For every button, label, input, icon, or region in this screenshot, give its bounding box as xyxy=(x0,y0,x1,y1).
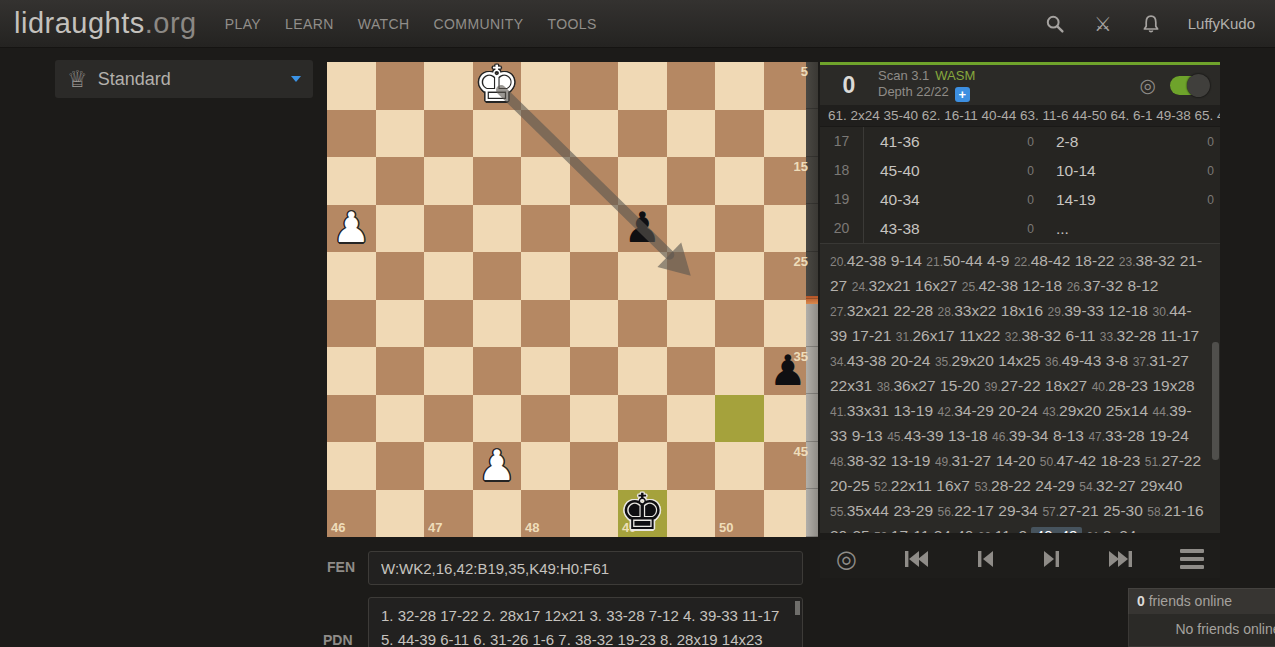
nav-item-tools[interactable]: TOOLS xyxy=(548,16,597,32)
friends-empty-message: No friends online xyxy=(1128,614,1275,647)
board-square[interactable] xyxy=(715,395,764,443)
variation-move[interactable]: 13-19 xyxy=(893,402,933,419)
variation-move[interactable]: 9-14 xyxy=(891,252,922,269)
black-man[interactable]: ♟ xyxy=(769,350,807,392)
variation-move-number: 36. xyxy=(1045,355,1062,369)
board-square[interactable] xyxy=(424,205,473,253)
variation-move[interactable]: 20-24 xyxy=(891,352,931,369)
black-move[interactable]: ... xyxy=(1040,220,1186,238)
board-square[interactable] xyxy=(715,110,764,158)
variation-move[interactable]: 22x11 xyxy=(891,477,932,494)
variation-move-number: 45. xyxy=(887,430,904,444)
board-square[interactable] xyxy=(376,157,425,205)
square-number: 25 xyxy=(794,254,808,269)
top-navbar: lidraughts.org PLAYLEARNWATCHCOMMUNITYTO… xyxy=(0,0,1275,48)
variation-move[interactable]: 17-21 xyxy=(852,327,892,344)
variation-move[interactable]: 29x20 xyxy=(952,352,994,369)
variation-move[interactable]: 29-34 xyxy=(998,502,1038,519)
variation-move[interactable]: 33x31 xyxy=(847,402,889,419)
board-square[interactable] xyxy=(667,110,716,158)
target-icon[interactable]: ◎ xyxy=(1139,74,1156,96)
main-menu: PLAYLEARNWATCHCOMMUNITYTOOLS xyxy=(225,16,597,32)
board-square[interactable] xyxy=(327,252,376,300)
variation-move[interactable]: 14x25 xyxy=(998,352,1040,369)
white-man[interactable]: ♟ xyxy=(478,445,516,487)
variation-move-number: 29. xyxy=(1048,305,1065,319)
variation-move[interactable]: 24-29 xyxy=(1035,477,1075,494)
board-square[interactable] xyxy=(618,157,667,205)
black-move[interactable]: 2-8 xyxy=(1040,133,1186,151)
first-move-button[interactable] xyxy=(904,549,930,569)
variation-move[interactable]: 2x24 xyxy=(1103,527,1137,533)
black-man[interactable]: ♟ xyxy=(623,207,661,249)
board-square[interactable] xyxy=(473,347,522,395)
site-logo[interactable]: lidraughts.org xyxy=(14,7,197,40)
board-square[interactable] xyxy=(618,300,667,348)
board-square[interactable] xyxy=(618,110,667,158)
board-square[interactable]: 48 xyxy=(521,490,570,538)
friends-count: 0 xyxy=(1137,593,1145,609)
black-king[interactable]: ♚ xyxy=(620,487,665,537)
board-square[interactable] xyxy=(376,347,425,395)
board-square[interactable] xyxy=(715,300,764,348)
variation-move-number: 37. xyxy=(1133,355,1150,369)
variation-move[interactable]: 38-32 xyxy=(1136,252,1176,269)
variation-move[interactable]: 19-24 xyxy=(1149,427,1189,444)
nav-item-play[interactable]: PLAY xyxy=(225,16,261,32)
black-eval-badge: 0 xyxy=(1186,193,1220,207)
variation-move[interactable]: 28-23 xyxy=(1108,377,1148,394)
board-square[interactable] xyxy=(570,110,619,158)
variation-move-number: 25. xyxy=(962,280,979,294)
board-square[interactable] xyxy=(667,252,716,300)
variation-move-number: 59. xyxy=(874,530,891,533)
variation-move-number: 38. xyxy=(877,380,894,394)
record-icon[interactable]: ◎ xyxy=(836,545,857,573)
gauge-white-part xyxy=(806,304,818,538)
board-square[interactable] xyxy=(473,157,522,205)
variation-move[interactable]: 42-38 xyxy=(978,277,1018,294)
variation-move[interactable]: 23-29 xyxy=(893,502,933,519)
board-square[interactable] xyxy=(376,300,425,348)
board-square[interactable] xyxy=(521,395,570,443)
board-square[interactable] xyxy=(618,252,667,300)
board-square[interactable] xyxy=(618,347,667,395)
friends-widget: 0 friends online No friends online xyxy=(1128,588,1275,647)
board-square[interactable] xyxy=(764,300,813,348)
move-row: 1845-40010-140 xyxy=(820,156,1220,185)
board-square[interactable] xyxy=(521,442,570,490)
variation-move[interactable]: 11x22 xyxy=(959,327,1000,344)
board-square[interactable] xyxy=(715,442,764,490)
nav-item-learn[interactable]: LEARN xyxy=(285,16,334,32)
move-number: 19 xyxy=(820,185,864,214)
variation-move[interactable]: 48-42 xyxy=(1031,252,1071,269)
square-number: 48 xyxy=(525,520,539,535)
variation-move[interactable]: 8-13 xyxy=(1053,427,1084,444)
variation-move[interactable]: 18x16 xyxy=(1001,302,1043,319)
black-eval-badge: 0 xyxy=(1186,164,1220,178)
variation-move[interactable]: 12-18 xyxy=(1023,277,1063,294)
variation-move-number: 27. xyxy=(830,305,847,319)
board-square[interactable] xyxy=(570,205,619,253)
engine-toggle[interactable] xyxy=(1170,76,1208,95)
board-square[interactable] xyxy=(473,252,522,300)
variation-move[interactable]: 49-43 xyxy=(1062,352,1102,369)
variation-move[interactable]: 29x40 xyxy=(1140,477,1182,494)
lidraughts-analysis-page: lidraughts.org PLAYLEARNWATCHCOMMUNITYTO… xyxy=(0,0,1275,647)
board-square[interactable] xyxy=(667,490,716,538)
board-square[interactable]: 49♚ xyxy=(618,490,667,538)
board-square[interactable]: 25 xyxy=(764,252,813,300)
board-square[interactable] xyxy=(764,205,813,253)
variation-move[interactable]: 32-28 xyxy=(1117,327,1157,344)
white-eval-badge: 0 xyxy=(1010,222,1040,236)
engine-tech: WASM xyxy=(935,68,975,83)
scrollbar-thumb[interactable] xyxy=(1212,342,1219,460)
board-square[interactable]: 50 xyxy=(715,490,764,538)
pdn-scrollbar-thumb[interactable] xyxy=(795,601,800,615)
variation-move[interactable]: 39-33 xyxy=(1064,302,1104,319)
board-square[interactable] xyxy=(570,490,619,538)
variation-move[interactable]: 22-17 xyxy=(954,502,994,519)
move-number: 17 xyxy=(820,127,864,156)
board-square[interactable] xyxy=(376,62,425,110)
engine-controls: ◎ xyxy=(1139,74,1208,96)
pdn-wrap: 1. 32-28 17-22 2. 28x17 12x21 3. 33-28 7… xyxy=(368,597,803,647)
engine-pv-line[interactable]: 61. 2x24 35-40 62. 16-11 40-44 63. 11-6 … xyxy=(820,105,1220,127)
variation-move[interactable]: 9-13 xyxy=(852,427,883,444)
square-number: 5 xyxy=(801,64,808,79)
move-row: 1741-3602-80 xyxy=(820,127,1220,156)
variation-move-number: 42. xyxy=(937,405,954,419)
move-nav-strip: ◎ xyxy=(820,540,1220,578)
board-square[interactable] xyxy=(715,62,764,110)
fen-input[interactable] xyxy=(368,551,803,585)
board-square[interactable] xyxy=(327,110,376,158)
engine-bar: 0 Scan 3.1WASM Depth 22/22+ ◎ xyxy=(820,65,1220,105)
username[interactable]: LuffyKudo xyxy=(1188,15,1255,32)
variation-move[interactable]: 43-38 xyxy=(847,352,887,369)
analysis-panel: 0 Scan 3.1WASM Depth 22/22+ ◎ 61. 2x24 3… xyxy=(820,62,1220,533)
board-square[interactable] xyxy=(376,252,425,300)
variation-move[interactable]: 36x27 xyxy=(893,377,935,394)
variation-move-number: 43. xyxy=(1042,405,1059,419)
board-square[interactable] xyxy=(424,300,473,348)
board-square[interactable] xyxy=(667,442,716,490)
variation-move-number: 32. xyxy=(1005,330,1022,344)
board-square[interactable] xyxy=(376,490,425,538)
board-square[interactable] xyxy=(424,157,473,205)
variation-move[interactable]: 12-18 xyxy=(1108,302,1148,319)
variation-move[interactable]: 27-22 xyxy=(1001,377,1041,394)
board-square[interactable] xyxy=(715,252,764,300)
board-square[interactable] xyxy=(473,490,522,538)
variation-move[interactable]: 18x27 xyxy=(1045,377,1087,394)
variation-move[interactable]: 16x27 xyxy=(915,277,957,294)
variation-move-number: 50. xyxy=(1040,455,1057,469)
variation-move[interactable]: 38-32 xyxy=(847,452,887,469)
board-square[interactable]: 5 xyxy=(764,62,813,110)
variation-move[interactable]: 32x21 xyxy=(868,277,910,294)
variation-move[interactable]: 16x7 xyxy=(936,477,970,494)
board-square[interactable] xyxy=(327,347,376,395)
next-move-button[interactable] xyxy=(1042,549,1060,569)
variation-move[interactable]: 37-32 xyxy=(1083,277,1123,294)
white-king[interactable]: ♚ xyxy=(474,59,519,109)
depth-plus-button[interactable]: + xyxy=(955,87,970,102)
logo-tld: .org xyxy=(145,7,197,39)
variation-move[interactable]: 34-29 xyxy=(954,402,994,419)
variation-move[interactable]: 33x22 xyxy=(954,302,996,319)
variation-move-number: 28. xyxy=(937,305,954,319)
variation-block: 20.42-38 9-14 21.50-44 4-9 22.48-42 18-2… xyxy=(820,243,1220,533)
variation-move[interactable]: 20-25 xyxy=(830,477,870,494)
variation-move-number: 54. xyxy=(1079,480,1096,494)
board-square[interactable] xyxy=(424,110,473,158)
white-move[interactable]: 43-38 xyxy=(864,220,1010,238)
move-row: 1940-34014-190 xyxy=(820,185,1220,214)
board-square[interactable] xyxy=(424,395,473,443)
variation-move-number: 34. xyxy=(830,355,847,369)
board-square[interactable] xyxy=(521,157,570,205)
board-square[interactable] xyxy=(715,347,764,395)
board-square[interactable] xyxy=(424,62,473,110)
variation-move-number: 61. xyxy=(1086,530,1103,533)
board-square[interactable] xyxy=(521,205,570,253)
board-square[interactable] xyxy=(667,300,716,348)
variation-move[interactable]: 39-34 xyxy=(1009,427,1049,444)
variation-move-number: 57. xyxy=(1042,505,1059,519)
variation-move[interactable]: 27-21 xyxy=(1059,502,1099,519)
variation-move[interactable]: 50-44 xyxy=(943,252,983,269)
variation-move[interactable]: 4-9 xyxy=(987,252,1009,269)
toggle-knob xyxy=(1187,74,1210,97)
variation-move[interactable]: 38-32 xyxy=(1021,327,1061,344)
board-square[interactable] xyxy=(570,442,619,490)
board-square[interactable]: 35♟ xyxy=(764,347,813,395)
board-square[interactable] xyxy=(327,300,376,348)
board-square[interactable] xyxy=(570,347,619,395)
variation-move-number: 48. xyxy=(830,455,847,469)
variation-move[interactable]: 13-19 xyxy=(891,452,931,469)
variation-move[interactable]: 32x21 xyxy=(847,302,889,319)
notifications-bell-icon[interactable] xyxy=(1140,13,1162,35)
variation-move[interactable]: 13-18 xyxy=(948,427,988,444)
board-square[interactable] xyxy=(570,395,619,443)
white-eval-badge: 0 xyxy=(1010,193,1040,207)
move-row: 2043-380... xyxy=(820,214,1220,243)
white-move[interactable]: 41-36 xyxy=(864,133,1010,151)
variation-move-number: 33. xyxy=(1100,330,1117,344)
draughts-board: ♚515♟♟2535♟♟4546474849♚50 xyxy=(327,62,812,537)
board-square[interactable]: ♟ xyxy=(618,205,667,253)
variation-move-number: 55. xyxy=(830,505,847,519)
board-square[interactable] xyxy=(570,300,619,348)
board-square[interactable] xyxy=(327,395,376,443)
board-square[interactable] xyxy=(521,252,570,300)
board-square[interactable] xyxy=(570,157,619,205)
variation-move-number: 52. xyxy=(874,480,891,494)
move-number: 18 xyxy=(820,156,864,185)
nav-item-watch[interactable]: WATCH xyxy=(358,16,410,32)
variation-move[interactable]: 35x44 xyxy=(847,502,889,519)
variation-move-number: 56. xyxy=(937,505,954,519)
square-number: 50 xyxy=(719,520,733,535)
board-square[interactable]: 47 xyxy=(424,490,473,538)
black-eval-badge: 0 xyxy=(1186,135,1220,149)
variation-move[interactable]: 15-20 xyxy=(940,377,980,394)
fen-label: FEN xyxy=(327,559,355,575)
variation-move[interactable]: 43-39 xyxy=(904,427,944,444)
variation-move[interactable]: 18-23 xyxy=(1101,452,1141,469)
board-square[interactable] xyxy=(521,110,570,158)
board-square[interactable]: ♚ xyxy=(473,62,522,110)
board-square[interactable]: ♟ xyxy=(473,442,522,490)
white-man[interactable]: ♟ xyxy=(332,207,370,249)
variation-move[interactable]: 32-27 xyxy=(1096,477,1136,494)
white-move[interactable]: 45-40 xyxy=(864,162,1010,180)
variation-move[interactable]: 20-24 xyxy=(998,402,1038,419)
variation-move[interactable]: 25x14 xyxy=(1106,402,1148,419)
friends-header-text: friends online xyxy=(1145,593,1232,609)
board-square[interactable] xyxy=(667,347,716,395)
variation-move-number: 30. xyxy=(1152,305,1169,319)
variation-move[interactable]: 8-12 xyxy=(1127,277,1158,294)
variation-move-number: 22. xyxy=(1014,255,1031,269)
variation-move-number: 60. xyxy=(978,530,995,533)
variation-move[interactable]: 28-22 xyxy=(991,477,1031,494)
board-square[interactable] xyxy=(618,395,667,443)
variation-move-number: 49. xyxy=(935,455,952,469)
black-move[interactable]: 10-14 xyxy=(1040,162,1186,180)
board-square[interactable] xyxy=(376,395,425,443)
pdn-textarea[interactable]: 1. 32-28 17-22 2. 28x17 12x21 3. 33-28 7… xyxy=(368,597,803,647)
variation-move[interactable]: 22-28 xyxy=(893,302,933,319)
variation-move[interactable]: 33-28 xyxy=(1105,427,1145,444)
engine-depth: Depth 22/22 xyxy=(878,84,949,99)
board-square[interactable] xyxy=(618,62,667,110)
variation-move-number: 20. xyxy=(830,255,847,269)
board-square[interactable] xyxy=(376,205,425,253)
square-number: 46 xyxy=(331,520,345,535)
board-square[interactable]: ♟ xyxy=(327,205,376,253)
current-move[interactable]: 40x49 xyxy=(1031,527,1081,533)
variation-move[interactable]: 18-22 xyxy=(1075,252,1115,269)
board-square[interactable] xyxy=(473,395,522,443)
crown-icon: ♕ xyxy=(67,66,88,92)
board-square[interactable] xyxy=(521,300,570,348)
board-square[interactable]: 46 xyxy=(327,490,376,538)
board-square[interactable] xyxy=(715,205,764,253)
variation-move[interactable]: 11x2 xyxy=(995,527,1027,533)
board-square[interactable] xyxy=(424,347,473,395)
board-square[interactable] xyxy=(473,110,522,158)
variation-move[interactable]: 6-11 xyxy=(1066,327,1096,344)
board-square[interactable] xyxy=(473,205,522,253)
variation-move-number: 35. xyxy=(935,355,952,369)
variation-move[interactable]: 19x28 xyxy=(1152,377,1194,394)
square-number: 45 xyxy=(794,444,808,459)
engine-info: Scan 3.1WASM Depth 22/22+ xyxy=(878,68,975,102)
variation-move[interactable]: 31-27 xyxy=(952,452,992,469)
board-square[interactable] xyxy=(667,205,716,253)
variation-move-number: 41. xyxy=(830,405,847,419)
variation-move[interactable]: 17-11 xyxy=(891,527,930,533)
square-number: 47 xyxy=(428,520,442,535)
variation-move[interactable]: 47-42 xyxy=(1057,452,1097,469)
board-square[interactable] xyxy=(327,157,376,205)
board-square[interactable] xyxy=(521,347,570,395)
variation-move[interactable]: 11-17 xyxy=(1161,327,1200,344)
logo-main: lidraughts xyxy=(14,7,145,39)
search-icon[interactable] xyxy=(1044,13,1066,35)
variation-move-number: 46. xyxy=(992,430,1009,444)
nav-item-community[interactable]: COMMUNITY xyxy=(434,16,524,32)
variation-move[interactable]: 42-38 xyxy=(847,252,887,269)
white-move[interactable]: 40-34 xyxy=(864,191,1010,209)
variation-move[interactable]: 31-27 xyxy=(1149,352,1189,369)
variation-move[interactable]: 29x20 xyxy=(1059,402,1101,419)
variation-move[interactable]: 30-35 xyxy=(830,527,870,533)
pdn-label: PDN xyxy=(323,632,353,647)
variation-move-number: 51. xyxy=(1145,455,1162,469)
board-square[interactable] xyxy=(327,62,376,110)
board-square[interactable] xyxy=(764,395,813,443)
board-square[interactable] xyxy=(667,395,716,443)
board-square[interactable]: 15 xyxy=(764,157,813,205)
board-square[interactable] xyxy=(715,157,764,205)
board-square[interactable] xyxy=(327,442,376,490)
board-square[interactable] xyxy=(570,252,619,300)
variation-move-number: 23. xyxy=(1119,255,1136,269)
variation-move[interactable]: 22x31 xyxy=(830,377,872,394)
variation-move[interactable]: 34-40 xyxy=(934,527,974,533)
gauge-marker xyxy=(806,296,818,304)
board-square[interactable] xyxy=(764,490,813,538)
board-square[interactable] xyxy=(667,157,716,205)
engine-name: Scan 3.1 xyxy=(878,68,929,83)
variation-move[interactable]: 25-30 xyxy=(1103,502,1143,519)
variation-move[interactable]: 14-20 xyxy=(996,452,1036,469)
board-square[interactable] xyxy=(521,62,570,110)
board-square[interactable] xyxy=(764,110,813,158)
variation-move[interactable]: 26x17 xyxy=(913,327,955,344)
menu-hamburger-button[interactable] xyxy=(1180,549,1204,569)
prev-move-button[interactable] xyxy=(977,549,995,569)
board-square[interactable] xyxy=(424,252,473,300)
variation-move-number: 21. xyxy=(926,255,943,269)
board-square[interactable] xyxy=(376,110,425,158)
friends-header[interactable]: 0 friends online xyxy=(1128,588,1275,614)
variation-move[interactable]: 21-16 xyxy=(1164,502,1204,519)
board-square[interactable] xyxy=(667,62,716,110)
challenges-swords-icon[interactable]: ⚔ xyxy=(1092,13,1114,35)
variant-selector[interactable]: ♕ Standard xyxy=(55,60,313,98)
board-square[interactable] xyxy=(424,442,473,490)
move-number: 20 xyxy=(820,214,864,243)
black-move[interactable]: 14-19 xyxy=(1040,191,1186,209)
last-move-button[interactable] xyxy=(1107,549,1133,569)
variation-move-number: 58. xyxy=(1147,505,1164,519)
board-square[interactable] xyxy=(473,300,522,348)
board-square[interactable] xyxy=(570,62,619,110)
board-square[interactable]: 45 xyxy=(764,442,813,490)
board-square[interactable] xyxy=(376,442,425,490)
variation-move[interactable]: 27-22 xyxy=(1161,452,1201,469)
variation-move[interactable]: 3-8 xyxy=(1106,352,1128,369)
eval-gauge xyxy=(806,62,818,537)
